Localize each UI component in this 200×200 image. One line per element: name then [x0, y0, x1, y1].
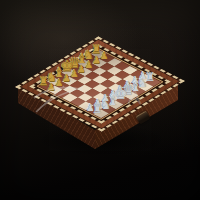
photo-background: ♜♟♟♜♞♟♟♞♝♟♟♝♛♟♟♛♚♟♟♚♝♟♟♝♞♟♟♞♜♟♟♜ PA — [0, 0, 200, 200]
chess-box-lid: ♜♟♟♜♞♟♟♞♝♟♟♝♛♟♟♛♚♟♟♚♝♟♟♝♞♟♟♞♜♟♟♜ — [15, 37, 185, 132]
piece-silver-rook: ♜ — [93, 104, 104, 116]
piece-gold-pawn: ♟ — [46, 82, 57, 92]
